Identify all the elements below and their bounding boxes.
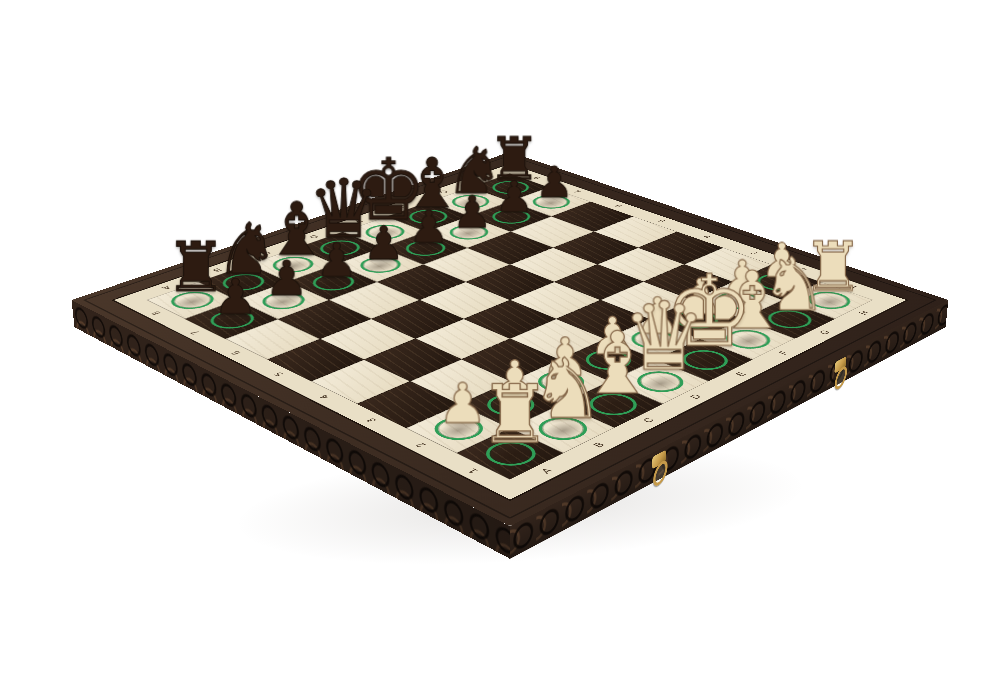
file-label-text: E	[734, 371, 749, 377]
file-label-text: H	[857, 310, 871, 316]
file-label-text: G	[817, 329, 832, 335]
brass-latch-right	[832, 354, 848, 386]
square-c5	[371, 300, 464, 339]
rank-label-text: 3	[364, 417, 378, 424]
rank-label-text: 5	[656, 219, 667, 223]
piece-black-pawn-a7: ♟	[174, 272, 297, 321]
file-label-text: A	[539, 467, 555, 475]
rank-label-text: 7	[188, 330, 201, 335]
rank-label-text: 4	[317, 393, 331, 399]
rank-label-text: 1	[465, 467, 480, 474]
rank-label-text: 5	[272, 371, 286, 377]
rank-label-text: 6	[613, 204, 624, 208]
file-label-text: F	[777, 350, 791, 356]
file-label-text: C	[641, 416, 657, 423]
piece-white-rook-a1: ♜	[445, 375, 587, 455]
file-label-text: B	[591, 441, 607, 448]
rank-label-text: 2	[413, 441, 428, 448]
rank-label-text: 6	[229, 350, 243, 356]
rank-label-text: 4	[701, 235, 712, 239]
rank-label-text: 8	[149, 310, 162, 315]
scene-background: ABCDEFGH8♜♞♝♛♚♝♞♜87♟♟♟♟♟♟♟♟7665544332♟♟♟…	[0, 0, 1000, 700]
file-label-text: D	[688, 393, 703, 400]
